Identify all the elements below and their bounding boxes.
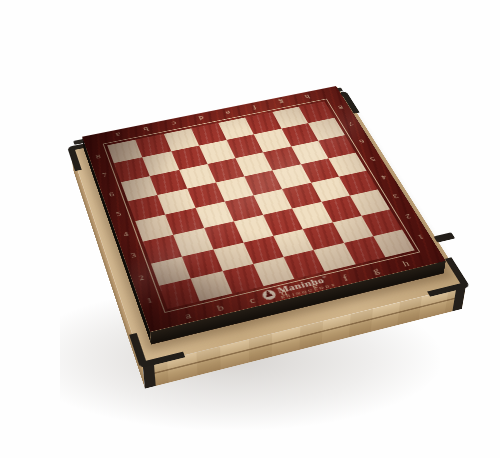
square-a2 <box>151 256 191 285</box>
square-d2 <box>243 236 283 264</box>
square-b4 <box>165 208 203 235</box>
square-c1 <box>222 264 263 294</box>
square-c2 <box>213 242 253 271</box>
rank-label-left-4: 4 <box>115 222 137 246</box>
square-c3 <box>204 222 243 250</box>
square-b1 <box>191 271 232 301</box>
square-g1 <box>343 236 385 264</box>
square-a4 <box>135 215 173 242</box>
square-g3 <box>321 196 361 222</box>
square-h1 <box>373 229 415 257</box>
rank-label-left-2: 2 <box>130 265 153 291</box>
chess-board-product-photo: abcdefgh abcdefgh 87654321 87654321 ♟ Ma… <box>0 0 500 458</box>
square-a5 <box>128 195 165 221</box>
square-h2 <box>361 209 402 236</box>
square-d4 <box>224 195 263 221</box>
rank-label-left-3: 3 <box>122 243 144 268</box>
square-e2 <box>273 229 314 257</box>
square-b5 <box>157 189 195 215</box>
square-f1 <box>314 243 356 272</box>
registered-mark: ® <box>321 275 327 280</box>
square-h3 <box>350 190 390 216</box>
square-a3 <box>143 235 182 263</box>
rank-label-left-1: 1 <box>138 287 161 314</box>
square-a1 <box>159 278 200 309</box>
square-f3 <box>292 202 332 229</box>
square-c4 <box>195 202 234 229</box>
square-g2 <box>332 216 373 243</box>
square-b2 <box>182 249 222 278</box>
square-e3 <box>263 209 303 236</box>
latch-tab <box>434 232 456 242</box>
square-e4 <box>254 189 293 215</box>
rank-label-left-5: 5 <box>108 202 129 225</box>
square-d1 <box>253 257 294 286</box>
square-f2 <box>303 222 344 250</box>
square-d3 <box>234 215 274 242</box>
square-e1 <box>284 250 325 279</box>
square-b3 <box>174 228 213 256</box>
pawn-logo-icon: ♟ <box>261 289 278 301</box>
